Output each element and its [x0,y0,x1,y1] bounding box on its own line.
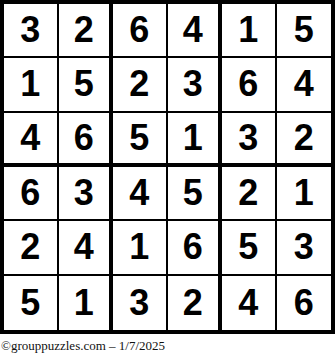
cell-r5c5: 5 [222,221,277,275]
cell-r1c1: 3 [4,4,59,58]
cell-r6c1: 5 [4,276,59,330]
cell-r1c4: 4 [168,4,223,58]
cell-r3c5: 3 [222,113,277,167]
cell-r4c6: 1 [277,167,332,221]
cell-r2c5: 6 [222,58,277,112]
cell-r6c5: 4 [222,276,277,330]
cell-r2c2: 5 [59,58,114,112]
cell-r4c1: 6 [4,167,59,221]
cell-r1c2: 2 [59,4,114,58]
cell-r6c6: 6 [277,276,332,330]
cell-r2c3: 2 [113,58,168,112]
cell-r4c4: 5 [168,167,223,221]
cell-r3c6: 2 [277,113,332,167]
cell-r4c3: 4 [113,167,168,221]
cell-r6c4: 2 [168,276,223,330]
cell-r1c6: 5 [277,4,332,58]
cell-r2c6: 4 [277,58,332,112]
cell-r3c4: 1 [168,113,223,167]
cell-r3c2: 6 [59,113,114,167]
cell-r3c1: 4 [4,113,59,167]
cell-r3c3: 5 [113,113,168,167]
cell-r5c6: 3 [277,221,332,275]
cell-r5c4: 6 [168,221,223,275]
cell-r4c5: 2 [222,167,277,221]
cell-r2c4: 3 [168,58,223,112]
cell-r5c2: 4 [59,221,114,275]
cell-r4c2: 3 [59,167,114,221]
cell-r1c3: 6 [113,4,168,58]
sudoku-grid: 326415152364465132634521241653513246 [0,0,335,334]
sudoku-page: 326415152364465132634521241653513246 ©gr… [0,0,335,357]
cell-r6c3: 3 [113,276,168,330]
cell-r5c1: 2 [4,221,59,275]
copyright-footer: ©grouppuzzles.com – 1/7/2025 [0,334,335,357]
cell-r6c2: 1 [59,276,114,330]
cell-r5c3: 1 [113,221,168,275]
cell-r2c1: 1 [4,58,59,112]
cell-r1c5: 1 [222,4,277,58]
